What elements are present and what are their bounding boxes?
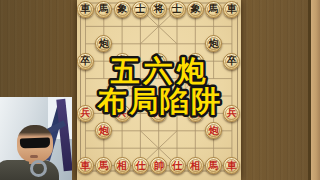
piece-black-soldier[interactable]: 卒 [223,53,240,70]
streamer-mouth [30,155,38,158]
piece-black-chariot[interactable]: 車 [223,1,240,18]
piece-black-advisor[interactable]: 士 [132,1,149,18]
piece-black-elephant[interactable]: 象 [114,1,131,18]
wood-edge-strip [311,0,320,180]
piece-black-soldier[interactable]: 卒 [114,53,131,70]
webcam-overlay [0,97,72,180]
sunglasses [20,137,50,148]
headphones-ring [30,160,47,177]
piece-red-soldier[interactable]: 兵 [77,105,94,122]
piece-black-soldier[interactable]: 卒 [77,53,94,70]
piece-red-advisor[interactable]: 仕 [169,157,186,174]
river-label-right: 汉 界 [179,82,214,93]
piece-black-soldier[interactable]: 卒 [187,53,204,70]
river-label-left: 楚 河 [105,82,140,93]
piece-black-soldier[interactable]: 卒 [150,53,167,70]
video-frame: 楚 河 汉 界 車馬象士将士象馬車炮炮卒卒卒卒卒兵兵兵兵兵炮炮車馬相仕帥仕相馬車… [0,0,320,180]
piece-black-general[interactable]: 将 [150,1,167,18]
piece-red-soldier[interactable]: 兵 [150,105,167,122]
piece-black-advisor[interactable]: 士 [169,1,186,18]
board-grid: 楚 河 汉 界 [77,0,241,180]
piece-red-elephant[interactable]: 相 [114,157,131,174]
piece-black-horse[interactable]: 馬 [205,1,222,18]
piece-red-soldier[interactable]: 兵 [187,105,204,122]
piece-red-elephant[interactable]: 相 [187,157,204,174]
piece-red-chariot[interactable]: 車 [77,157,94,174]
piece-black-chariot[interactable]: 車 [77,1,94,18]
piece-black-horse[interactable]: 馬 [95,1,112,18]
piece-black-elephant[interactable]: 象 [187,1,204,18]
piece-red-soldier[interactable]: 兵 [114,105,131,122]
xiangqi-board[interactable]: 楚 河 汉 界 車馬象士将士象馬車炮炮卒卒卒卒卒兵兵兵兵兵炮炮車馬相仕帥仕相馬車 [77,0,241,180]
piece-red-advisor[interactable]: 仕 [132,157,149,174]
